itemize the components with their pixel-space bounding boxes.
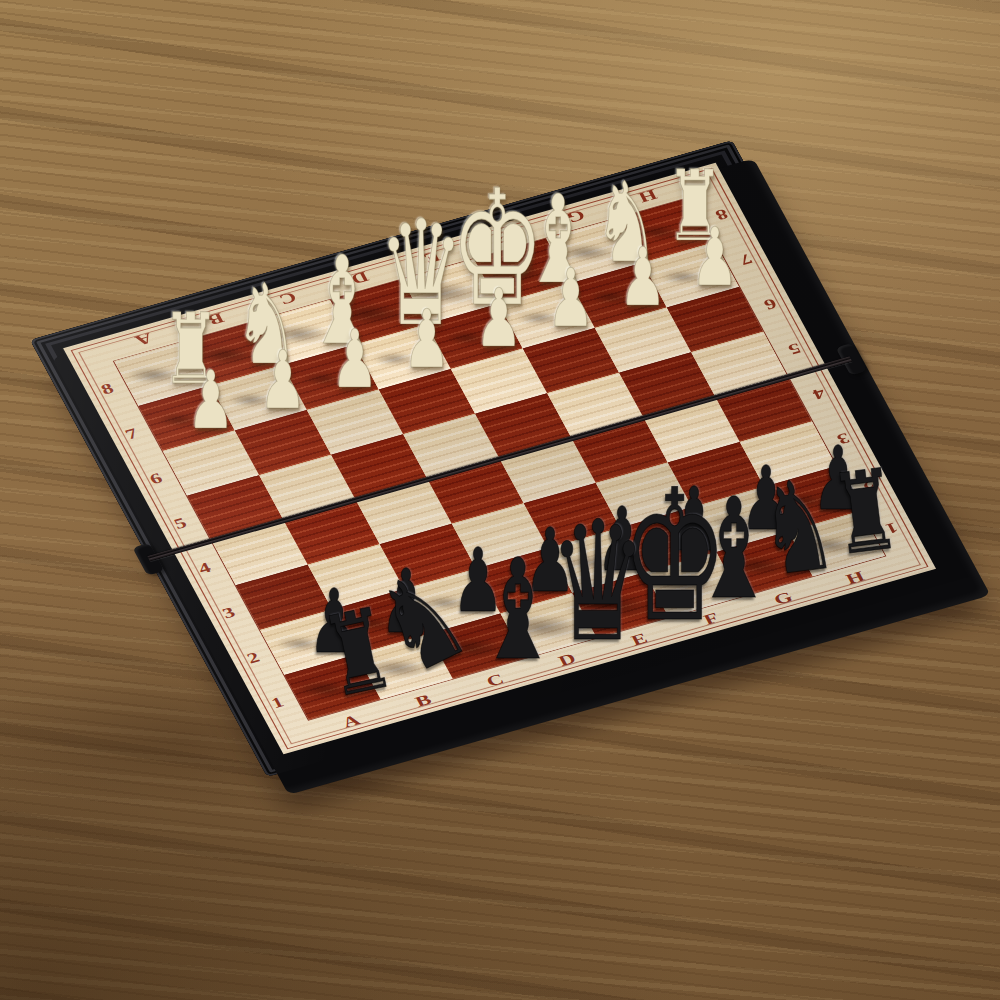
pieces-layer: ♜♞♝♟♚♟♛♟♝♟♞♟♜♟♟♟♟♟♟♜♟♞♟♝♟♚♟♛♟♝♞♜ [0,0,1000,1000]
wood-table: 8877665544332211AABBCCDDEEFFGGHH ♜♞♝♟♚♟♛… [0,0,1000,1000]
